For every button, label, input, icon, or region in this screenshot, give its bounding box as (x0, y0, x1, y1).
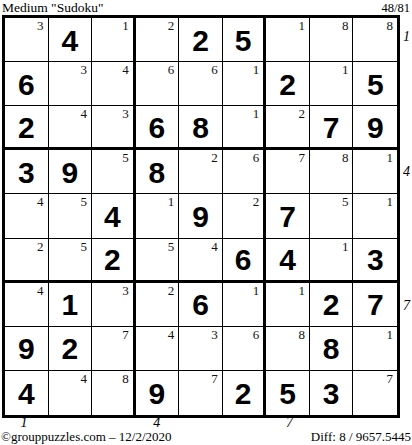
cell-r2c8[interactable]: 1 (310, 62, 354, 106)
cell-r9c2[interactable]: 4 (49, 371, 93, 415)
pencil-mark: 5 (168, 240, 175, 254)
cell-r8c1[interactable]: 9 (5, 327, 49, 371)
pencil-mark: 3 (122, 107, 129, 121)
cell-r6c6[interactable]: 6 (223, 239, 267, 283)
cell-r1c5[interactable]: 2 (179, 18, 223, 62)
given-digit: 5 (235, 26, 252, 56)
cell-r1c1[interactable]: 3 (5, 18, 49, 62)
col-band-markers: 147 (2, 416, 400, 430)
pencil-mark: 1 (387, 151, 394, 165)
cell-r6c4[interactable]: 5 (136, 239, 180, 283)
given-digit: 3 (18, 158, 35, 188)
cell-r3c3[interactable]: 3 (92, 106, 136, 150)
pencil-mark: 4 (211, 240, 218, 254)
pencil-mark: 2 (211, 151, 218, 165)
sudoku-page: Medium "Sudoku" 48/81 341225188634661215… (0, 0, 412, 445)
given-digit: 9 (367, 113, 384, 143)
pencil-mark: 8 (342, 151, 349, 165)
cell-r1c4[interactable]: 2 (136, 18, 180, 62)
row-marker-7: 7 (401, 284, 412, 329)
cell-r1c9[interactable]: 8 (353, 18, 397, 62)
pencil-mark: 7 (122, 328, 129, 342)
pencil-mark: 1 (253, 284, 260, 298)
cell-r6c5[interactable]: 4 (179, 239, 223, 283)
given-digit: 7 (323, 113, 340, 143)
pencil-mark: 2 (253, 195, 260, 209)
pencil-mark: 5 (81, 240, 88, 254)
given-digit: 4 (279, 245, 296, 275)
cell-r5c2[interactable]: 5 (49, 194, 93, 238)
col-marker-1: 1 (2, 416, 46, 430)
cell-r9c9[interactable]: 7 (353, 371, 397, 415)
given-digit: 9 (149, 379, 166, 409)
given-digit: 4 (18, 379, 35, 409)
cell-r3c2[interactable]: 4 (49, 106, 93, 150)
cell-r5c8[interactable]: 5 (310, 194, 354, 238)
pencil-mark: 3 (37, 19, 44, 33)
cell-r3c4[interactable]: 6 (136, 106, 180, 150)
cell-r9c5[interactable]: 7 (179, 371, 223, 415)
cell-r7c1[interactable]: 4 (5, 283, 49, 327)
pencil-mark: 1 (298, 284, 305, 298)
pencil-mark: 8 (298, 328, 305, 342)
given-digit: 2 (192, 26, 209, 56)
given-digit: 6 (235, 245, 252, 275)
pencil-mark: 5 (122, 151, 129, 165)
given-digit: 3 (367, 245, 384, 275)
cell-r4c1[interactable]: 3 (5, 150, 49, 194)
cell-r7c2[interactable]: 1 (49, 283, 93, 327)
cell-r6c3[interactable]: 2 (92, 239, 136, 283)
cell-r3c9[interactable]: 9 (353, 106, 397, 150)
cell-r3c1[interactable]: 2 (5, 106, 49, 150)
cell-r8c5[interactable]: 3 (179, 327, 223, 371)
given-digit: 2 (61, 334, 78, 364)
given-digit: 4 (61, 26, 78, 56)
given-digit: 2 (18, 113, 35, 143)
cell-r3c8[interactable]: 7 (310, 106, 354, 150)
col-marker-4: 4 (135, 416, 179, 430)
cell-r2c7[interactable]: 2 (266, 62, 310, 106)
pencil-mark: 8 (122, 372, 129, 386)
cell-r5c6[interactable]: 2 (223, 194, 267, 238)
copyright-text: ©grouppuzzles.com – 12/2/2020 (1, 429, 172, 445)
cell-r3c5[interactable]: 8 (179, 106, 223, 150)
cell-r7c7[interactable]: 1 (266, 283, 310, 327)
pencil-mark: 1 (253, 107, 260, 121)
pencil-mark: 1 (168, 195, 175, 209)
cell-r8c2[interactable]: 2 (49, 327, 93, 371)
cell-r8c6[interactable]: 6 (223, 327, 267, 371)
col-marker-7: 7 (267, 416, 311, 430)
cell-r8c8[interactable]: 8 (310, 327, 354, 371)
given-digit: 2 (323, 290, 340, 320)
cell-r9c3[interactable]: 8 (92, 371, 136, 415)
pencil-mark: 6 (168, 63, 175, 77)
given-digit: 8 (323, 334, 340, 364)
cell-r9c4[interactable]: 9 (136, 371, 180, 415)
cell-r1c2[interactable]: 4 (49, 18, 93, 62)
cell-r2c6[interactable]: 1 (223, 62, 267, 106)
cell-r5c9[interactable]: 1 (353, 194, 397, 238)
cell-r6c1[interactable]: 2 (5, 239, 49, 283)
pencil-mark: 1 (387, 328, 394, 342)
pencil-mark: 1 (387, 195, 394, 209)
cell-r4c6[interactable]: 6 (223, 150, 267, 194)
cell-r5c4[interactable]: 1 (136, 194, 180, 238)
given-digit: 5 (367, 70, 384, 100)
cell-r9c8[interactable]: 3 (310, 371, 354, 415)
pencil-mark: 4 (37, 195, 44, 209)
cell-r1c7[interactable]: 1 (266, 18, 310, 62)
cell-r7c6[interactable]: 1 (223, 283, 267, 327)
row-marker-1: 1 (401, 15, 412, 60)
page-title: Medium "Sudoku" (2, 0, 103, 16)
cell-r9c1[interactable]: 4 (5, 371, 49, 415)
given-digit: 2 (104, 245, 121, 275)
cell-r4c9[interactable]: 1 (353, 150, 397, 194)
pencil-mark: 5 (342, 195, 349, 209)
cell-r7c5[interactable]: 6 (179, 283, 223, 327)
cell-r2c9[interactable]: 5 (353, 62, 397, 106)
pencil-mark: 6 (253, 328, 260, 342)
pencil-mark: 3 (81, 63, 88, 77)
pencil-mark: 6 (211, 63, 218, 77)
pencil-mark: 4 (122, 63, 129, 77)
given-digit: 6 (18, 70, 35, 100)
pencil-mark: 2 (298, 107, 305, 121)
cell-r7c4[interactable]: 2 (136, 283, 180, 327)
cell-r2c4[interactable]: 6 (136, 62, 180, 106)
cell-r5c7[interactable]: 7 (266, 194, 310, 238)
given-digit: 6 (192, 290, 209, 320)
cell-r4c8[interactable]: 8 (310, 150, 354, 194)
given-digit: 8 (192, 113, 209, 143)
pencil-mark: 7 (387, 372, 394, 386)
cell-r5c5[interactable]: 9 (179, 194, 223, 238)
cell-r8c3[interactable]: 7 (92, 327, 136, 371)
progress-counter: 48/81 (382, 1, 410, 16)
pencil-mark: 1 (342, 63, 349, 77)
cell-r8c7[interactable]: 8 (266, 327, 310, 371)
cell-r4c5[interactable]: 2 (179, 150, 223, 194)
given-digit: 2 (235, 379, 252, 409)
difficulty-text: Diff: 8 / 9657.5445 (311, 429, 411, 445)
given-digit: 4 (104, 202, 121, 232)
cell-r8c9[interactable]: 1 (353, 327, 397, 371)
pencil-mark: 8 (387, 19, 394, 33)
cell-r2c5[interactable]: 6 (179, 62, 223, 106)
pencil-mark: 4 (168, 328, 175, 342)
row-marker-4: 4 (401, 149, 412, 194)
pencil-mark: 6 (253, 151, 260, 165)
cell-r9c6[interactable]: 2 (223, 371, 267, 415)
cell-r6c8[interactable]: 1 (310, 239, 354, 283)
cell-r4c7[interactable]: 7 (266, 150, 310, 194)
pencil-mark: 2 (168, 284, 175, 298)
given-digit: 7 (367, 290, 384, 320)
pencil-mark: 2 (37, 240, 44, 254)
cell-r6c9[interactable]: 3 (353, 239, 397, 283)
row-band-markers: 147 (401, 15, 412, 418)
pencil-mark: 1 (122, 19, 129, 33)
pencil-mark: 4 (81, 107, 88, 121)
given-digit: 9 (192, 202, 209, 232)
cell-r9c7[interactable]: 5 (266, 371, 310, 415)
pencil-mark: 3 (122, 284, 129, 298)
cell-r4c3[interactable]: 5 (92, 150, 136, 194)
pencil-mark: 3 (211, 328, 218, 342)
given-digit: 7 (279, 202, 296, 232)
given-digit: 6 (149, 113, 166, 143)
pencil-mark: 4 (37, 284, 44, 298)
pencil-mark: 2 (168, 19, 175, 33)
cell-r1c8[interactable]: 8 (310, 18, 354, 62)
cell-r6c7[interactable]: 4 (266, 239, 310, 283)
cell-r7c9[interactable]: 7 (353, 283, 397, 327)
sudoku-board: 3412251886346612152436812793958267814541… (2, 15, 400, 418)
given-digit: 8 (149, 158, 166, 188)
pencil-mark: 4 (81, 372, 88, 386)
given-digit: 1 (61, 290, 78, 320)
cell-r7c3[interactable]: 3 (92, 283, 136, 327)
cell-r4c4[interactable]: 8 (136, 150, 180, 194)
cell-r3c6[interactable]: 1 (223, 106, 267, 150)
given-digit: 2 (279, 70, 296, 100)
given-digit: 9 (61, 158, 78, 188)
cell-r1c6[interactable]: 5 (223, 18, 267, 62)
cell-r7c8[interactable]: 2 (310, 283, 354, 327)
pencil-mark: 5 (81, 195, 88, 209)
cell-r3c7[interactable]: 2 (266, 106, 310, 150)
given-digit: 9 (18, 334, 35, 364)
pencil-mark: 1 (253, 63, 260, 77)
cell-r2c1[interactable]: 6 (5, 62, 49, 106)
cell-r4c2[interactable]: 9 (49, 150, 93, 194)
pencil-mark: 7 (211, 372, 218, 386)
cell-r5c1[interactable]: 4 (5, 194, 49, 238)
cell-r8c4[interactable]: 4 (136, 327, 180, 371)
cell-r2c2[interactable]: 3 (49, 62, 93, 106)
cell-r1c3[interactable]: 1 (92, 18, 136, 62)
pencil-mark: 1 (342, 240, 349, 254)
pencil-mark: 7 (298, 151, 305, 165)
given-digit: 5 (279, 379, 296, 409)
pencil-mark: 8 (342, 19, 349, 33)
given-digit: 3 (323, 379, 340, 409)
cell-r6c2[interactable]: 5 (49, 239, 93, 283)
cell-r2c3[interactable]: 4 (92, 62, 136, 106)
pencil-mark: 1 (298, 19, 305, 33)
cell-r5c3[interactable]: 4 (92, 194, 136, 238)
